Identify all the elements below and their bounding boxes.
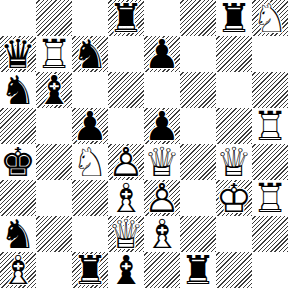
square-d5[interactable] [108,108,144,144]
square-a3[interactable] [0,180,36,216]
piece-white-bishop: ♝♗ [108,180,144,216]
black-bishop-glyph: ♝ [36,72,72,108]
square-f6[interactable] [180,72,216,108]
black-pawn-glyph: ♟ [144,36,180,72]
piece-black-bishop: ♝ [36,72,72,108]
white-knight-outline-glyph: ♘ [72,144,108,180]
square-d7[interactable] [108,36,144,72]
square-g6[interactable] [216,72,252,108]
piece-black-rook: ♜ [180,252,216,288]
square-a4[interactable]: ♚ [0,144,36,180]
square-a7[interactable]: ♛ [0,36,36,72]
piece-white-queen: ♛♕ [108,216,144,252]
white-knight-glyph: ♞ [72,144,108,180]
square-e3[interactable]: ♟♙ [144,180,180,216]
square-e7[interactable]: ♟ [144,36,180,72]
piece-black-pawn: ♟ [144,36,180,72]
white-bishop-glyph: ♝ [0,252,36,288]
square-h8[interactable]: ♞♘ [252,0,288,36]
square-b6[interactable]: ♝ [36,72,72,108]
white-pawn-outline-glyph: ♙ [144,180,180,216]
square-h3[interactable]: ♜♖ [252,180,288,216]
piece-black-queen: ♛ [0,36,36,72]
white-bishop-outline-glyph: ♗ [144,216,180,252]
square-h5[interactable]: ♜♖ [252,108,288,144]
square-d6[interactable] [108,72,144,108]
square-h7[interactable] [252,36,288,72]
square-c5[interactable]: ♟ [72,108,108,144]
piece-white-knight: ♞♘ [252,0,288,36]
square-g8[interactable]: ♜ [216,0,252,36]
square-b7[interactable]: ♜♖ [36,36,72,72]
square-d3[interactable]: ♝♗ [108,180,144,216]
piece-white-knight: ♞♘ [72,144,108,180]
white-king-outline-glyph: ♔ [216,180,252,216]
piece-white-rook: ♜♖ [36,36,72,72]
square-d8[interactable]: ♜ [108,0,144,36]
square-a2[interactable]: ♞ [0,216,36,252]
square-g4[interactable]: ♛♕ [216,144,252,180]
black-rook-glyph: ♜ [216,0,252,36]
piece-black-knight: ♞ [0,72,36,108]
black-bishop-glyph: ♝ [108,252,144,288]
white-queen-glyph: ♛ [108,216,144,252]
black-knight-glyph: ♞ [72,36,108,72]
square-d2[interactable]: ♛♕ [108,216,144,252]
square-d4[interactable]: ♟♙ [108,144,144,180]
black-queen-glyph: ♛ [0,36,36,72]
square-f1[interactable]: ♜ [180,252,216,288]
black-rook-glyph: ♜ [180,252,216,288]
square-h4[interactable] [252,144,288,180]
square-g7[interactable] [216,36,252,72]
square-a6[interactable]: ♞ [0,72,36,108]
black-king-glyph: ♚ [0,144,36,180]
piece-white-pawn: ♟♙ [144,180,180,216]
black-pawn-glyph: ♟ [72,108,108,144]
square-g5[interactable] [216,108,252,144]
chess-board: ♜♜♞♘♛♜♖♞♟♞♝♟♟♜♖♚♞♘♟♙♛♕♛♕♝♗♟♙♚♔♜♖♞♛♕♝♗♝♗♜… [0,0,288,288]
square-g1[interactable] [216,252,252,288]
square-h1[interactable] [252,252,288,288]
white-queen-glyph: ♛ [144,144,180,180]
square-g3[interactable]: ♚♔ [216,180,252,216]
black-knight-glyph: ♞ [0,72,36,108]
white-rook-outline-glyph: ♖ [252,180,288,216]
square-c7[interactable]: ♞ [72,36,108,72]
square-f8[interactable] [180,0,216,36]
square-f4[interactable] [180,144,216,180]
square-b2[interactable] [36,216,72,252]
white-pawn-glyph: ♟ [108,144,144,180]
piece-white-pawn: ♟♙ [108,144,144,180]
square-f3[interactable] [180,180,216,216]
piece-white-king: ♚♔ [216,180,252,216]
white-knight-outline-glyph: ♘ [252,0,288,36]
square-c4[interactable]: ♞♘ [72,144,108,180]
black-knight-glyph: ♞ [0,216,36,252]
white-bishop-glyph: ♝ [108,180,144,216]
square-b1[interactable] [36,252,72,288]
piece-white-rook: ♜♖ [252,180,288,216]
piece-white-queen: ♛♕ [144,144,180,180]
white-queen-outline-glyph: ♕ [144,144,180,180]
piece-black-bishop: ♝ [108,252,144,288]
square-e2[interactable]: ♝♗ [144,216,180,252]
piece-black-pawn: ♟ [72,108,108,144]
square-f2[interactable] [180,216,216,252]
piece-white-bishop: ♝♗ [144,216,180,252]
black-rook-glyph: ♜ [72,252,108,288]
square-e1[interactable] [144,252,180,288]
white-queen-glyph: ♛ [216,144,252,180]
square-c2[interactable] [72,216,108,252]
piece-black-knight: ♞ [0,216,36,252]
piece-black-rook: ♜ [216,0,252,36]
piece-black-rook: ♜ [108,0,144,36]
white-queen-outline-glyph: ♕ [216,144,252,180]
square-h2[interactable] [252,216,288,252]
square-e8[interactable] [144,0,180,36]
piece-black-king: ♚ [0,144,36,180]
square-e4[interactable]: ♛♕ [144,144,180,180]
piece-white-bishop: ♝♗ [0,252,36,288]
white-king-glyph: ♚ [216,180,252,216]
square-e6[interactable] [144,72,180,108]
white-pawn-glyph: ♟ [144,180,180,216]
square-a8[interactable] [0,0,36,36]
piece-black-rook: ♜ [72,252,108,288]
white-queen-outline-glyph: ♕ [108,216,144,252]
white-pawn-outline-glyph: ♙ [108,144,144,180]
white-rook-outline-glyph: ♖ [36,36,72,72]
black-rook-glyph: ♜ [108,0,144,36]
piece-white-queen: ♛♕ [216,144,252,180]
square-h6[interactable] [252,72,288,108]
white-rook-glyph: ♜ [36,36,72,72]
square-g2[interactable] [216,216,252,252]
white-rook-glyph: ♜ [252,108,288,144]
square-a1[interactable]: ♝♗ [0,252,36,288]
square-b3[interactable] [36,180,72,216]
square-c3[interactable] [72,180,108,216]
square-f5[interactable] [180,108,216,144]
white-bishop-outline-glyph: ♗ [0,252,36,288]
square-c6[interactable] [72,72,108,108]
square-c1[interactable]: ♜ [72,252,108,288]
black-pawn-glyph: ♟ [144,108,180,144]
white-bishop-outline-glyph: ♗ [108,180,144,216]
piece-black-pawn: ♟ [144,108,180,144]
square-c8[interactable] [72,0,108,36]
square-f7[interactable] [180,36,216,72]
white-rook-glyph: ♜ [252,180,288,216]
square-a5[interactable] [0,108,36,144]
white-rook-outline-glyph: ♖ [252,108,288,144]
square-d1[interactable]: ♝ [108,252,144,288]
square-b8[interactable] [36,0,72,36]
white-bishop-glyph: ♝ [144,216,180,252]
square-e5[interactable]: ♟ [144,108,180,144]
piece-white-rook: ♜♖ [252,108,288,144]
piece-black-knight: ♞ [72,36,108,72]
square-b4[interactable] [36,144,72,180]
white-knight-glyph: ♞ [252,0,288,36]
square-b5[interactable] [36,108,72,144]
